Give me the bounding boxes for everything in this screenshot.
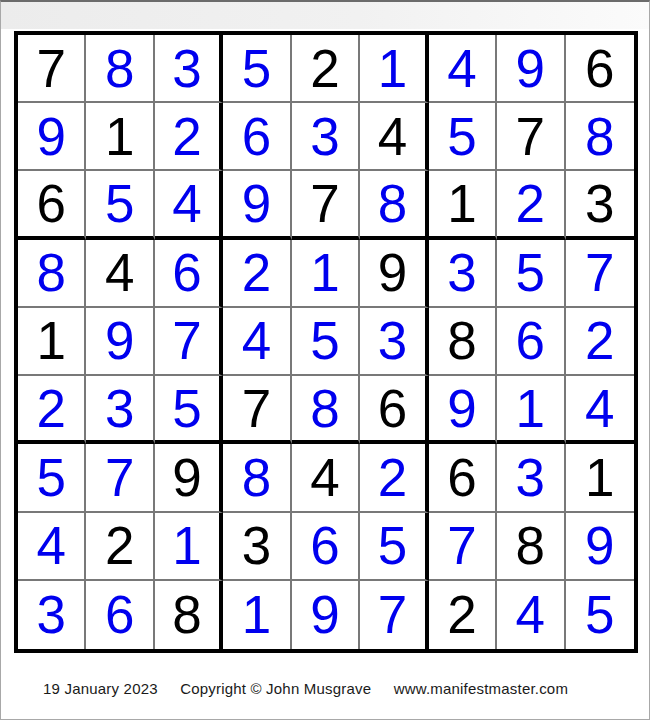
- cell-r8c1[interactable]: 4: [18, 513, 86, 581]
- cell-r9c8[interactable]: 4: [497, 581, 565, 649]
- cell-r4c2[interactable]: 4: [86, 240, 154, 308]
- cell-r7c4[interactable]: 8: [223, 444, 291, 512]
- cell-r8c9[interactable]: 9: [566, 513, 634, 581]
- cell-r4c3[interactable]: 6: [155, 240, 223, 308]
- cell-r7c7[interactable]: 6: [429, 444, 497, 512]
- cell-r4c7[interactable]: 3: [429, 240, 497, 308]
- header-band: [1, 2, 649, 29]
- cell-r1c2[interactable]: 8: [86, 35, 154, 103]
- cell-r6c6[interactable]: 6: [360, 376, 428, 444]
- cell-r4c5[interactable]: 1: [292, 240, 360, 308]
- cell-r7c6[interactable]: 2: [360, 444, 428, 512]
- cell-r9c9[interactable]: 5: [566, 581, 634, 649]
- cell-r5c7[interactable]: 8: [429, 308, 497, 376]
- cell-r5c1[interactable]: 1: [18, 308, 86, 376]
- cell-r9c2[interactable]: 6: [86, 581, 154, 649]
- cell-r4c1[interactable]: 8: [18, 240, 86, 308]
- cell-r7c5[interactable]: 4: [292, 444, 360, 512]
- cell-r9c3[interactable]: 8: [155, 581, 223, 649]
- cell-r6c3[interactable]: 5: [155, 376, 223, 444]
- cell-r2c2[interactable]: 1: [86, 103, 154, 171]
- cell-r6c9[interactable]: 4: [566, 376, 634, 444]
- cell-r6c4[interactable]: 7: [223, 376, 291, 444]
- cell-r9c6[interactable]: 7: [360, 581, 428, 649]
- cell-r5c8[interactable]: 6: [497, 308, 565, 376]
- sudoku-page: 7 8 3 5 2 1 4 9 6 9 1 2 6 3 4 5 7 8 6 5 …: [0, 0, 650, 720]
- cell-r1c6[interactable]: 1: [360, 35, 428, 103]
- cell-r6c7[interactable]: 9: [429, 376, 497, 444]
- cell-r4c4[interactable]: 2: [223, 240, 291, 308]
- cell-r1c4[interactable]: 5: [223, 35, 291, 103]
- cell-r5c2[interactable]: 9: [86, 308, 154, 376]
- cell-r2c5[interactable]: 3: [292, 103, 360, 171]
- cell-r1c3[interactable]: 3: [155, 35, 223, 103]
- cell-r5c6[interactable]: 3: [360, 308, 428, 376]
- cell-r4c8[interactable]: 5: [497, 240, 565, 308]
- cell-r8c3[interactable]: 1: [155, 513, 223, 581]
- cell-r8c6[interactable]: 5: [360, 513, 428, 581]
- cell-r3c1[interactable]: 6: [18, 171, 86, 239]
- cell-r3c7[interactable]: 1: [429, 171, 497, 239]
- cell-r6c2[interactable]: 3: [86, 376, 154, 444]
- cell-r7c1[interactable]: 5: [18, 444, 86, 512]
- cell-r3c3[interactable]: 4: [155, 171, 223, 239]
- cell-r8c8[interactable]: 8: [497, 513, 565, 581]
- cell-r2c3[interactable]: 2: [155, 103, 223, 171]
- cell-r5c4[interactable]: 4: [223, 308, 291, 376]
- cell-r2c8[interactable]: 7: [497, 103, 565, 171]
- cell-r1c1[interactable]: 7: [18, 35, 86, 103]
- cell-r7c9[interactable]: 1: [566, 444, 634, 512]
- cell-r2c7[interactable]: 5: [429, 103, 497, 171]
- cell-r6c5[interactable]: 8: [292, 376, 360, 444]
- cell-r1c8[interactable]: 9: [497, 35, 565, 103]
- footer-copyright: Copyright © John Musgrave: [180, 680, 371, 697]
- cell-r3c5[interactable]: 7: [292, 171, 360, 239]
- footer-website: www.manifestmaster.com: [394, 680, 568, 697]
- cell-r2c1[interactable]: 9: [18, 103, 86, 171]
- cell-r7c8[interactable]: 3: [497, 444, 565, 512]
- cell-r8c7[interactable]: 7: [429, 513, 497, 581]
- cell-r9c5[interactable]: 9: [292, 581, 360, 649]
- footer: 19 January 2023 Copyright © John Musgrav…: [43, 680, 568, 697]
- footer-date: 19 January 2023: [43, 680, 158, 697]
- cell-r9c4[interactable]: 1: [223, 581, 291, 649]
- cell-r4c9[interactable]: 7: [566, 240, 634, 308]
- cell-r9c1[interactable]: 3: [18, 581, 86, 649]
- cell-r3c2[interactable]: 5: [86, 171, 154, 239]
- cell-r3c9[interactable]: 3: [566, 171, 634, 239]
- cell-r3c6[interactable]: 8: [360, 171, 428, 239]
- cell-r3c4[interactable]: 9: [223, 171, 291, 239]
- cell-r9c7[interactable]: 2: [429, 581, 497, 649]
- cell-r2c9[interactable]: 8: [566, 103, 634, 171]
- cell-r8c5[interactable]: 6: [292, 513, 360, 581]
- cell-r8c2[interactable]: 2: [86, 513, 154, 581]
- cell-r3c8[interactable]: 2: [497, 171, 565, 239]
- cell-r2c4[interactable]: 6: [223, 103, 291, 171]
- cell-r2c6[interactable]: 4: [360, 103, 428, 171]
- cell-r1c9[interactable]: 6: [566, 35, 634, 103]
- cell-r4c6[interactable]: 9: [360, 240, 428, 308]
- cell-r5c3[interactable]: 7: [155, 308, 223, 376]
- cell-r8c4[interactable]: 3: [223, 513, 291, 581]
- cell-r5c9[interactable]: 2: [566, 308, 634, 376]
- cell-r7c2[interactable]: 7: [86, 444, 154, 512]
- cell-r7c3[interactable]: 9: [155, 444, 223, 512]
- cell-r1c5[interactable]: 2: [292, 35, 360, 103]
- cell-r5c5[interactable]: 5: [292, 308, 360, 376]
- cell-r1c7[interactable]: 4: [429, 35, 497, 103]
- sudoku-board: 7 8 3 5 2 1 4 9 6 9 1 2 6 3 4 5 7 8 6 5 …: [14, 31, 638, 653]
- cell-r6c1[interactable]: 2: [18, 376, 86, 444]
- cell-r6c8[interactable]: 1: [497, 376, 565, 444]
